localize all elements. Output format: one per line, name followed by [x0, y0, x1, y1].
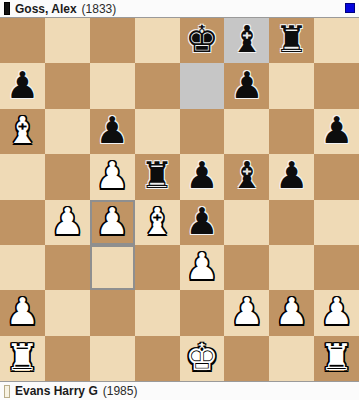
white-pawn[interactable]: ♟ [96, 203, 129, 240]
square-f8[interactable]: ♝ [224, 18, 269, 63]
white-bishop[interactable]: ♝ [140, 203, 173, 240]
square-c1[interactable] [90, 336, 135, 381]
chess-board-window: Goss, Alex (1833) ♚♝♜♟♟♝♟♟♟♜♟♝♟♟♟♝♟♟♟♟♟♟… [0, 0, 359, 400]
top-player-bar: Goss, Alex (1833) [0, 0, 359, 18]
square-h3[interactable] [314, 245, 359, 290]
top-player-name: Goss, Alex [15, 2, 77, 16]
white-king[interactable]: ♚ [185, 339, 218, 376]
square-c2[interactable] [90, 290, 135, 335]
bottom-player-name: Evans Harry G [15, 384, 98, 398]
black-rook[interactable]: ♜ [140, 157, 173, 194]
square-c3[interactable] [90, 245, 135, 290]
square-g2[interactable]: ♟ [269, 290, 314, 335]
black-pawn[interactable]: ♟ [230, 67, 263, 104]
chess-board[interactable]: ♚♝♜♟♟♝♟♟♟♜♟♝♟♟♟♝♟♟♟♟♟♟♜♚♜ [0, 18, 359, 381]
white-pawn[interactable]: ♟ [185, 248, 218, 285]
square-c8[interactable] [90, 18, 135, 63]
square-a8[interactable] [0, 18, 45, 63]
square-d5[interactable]: ♜ [135, 154, 180, 199]
square-h1[interactable]: ♜ [314, 336, 359, 381]
square-c7[interactable] [90, 63, 135, 108]
square-a7[interactable]: ♟ [0, 63, 45, 108]
white-pawn[interactable]: ♟ [230, 293, 263, 330]
square-a2[interactable]: ♟ [0, 290, 45, 335]
white-rook[interactable]: ♜ [6, 339, 39, 376]
black-pawn[interactable]: ♟ [96, 112, 129, 149]
black-bishop[interactable]: ♝ [230, 157, 263, 194]
square-e1[interactable]: ♚ [180, 336, 225, 381]
square-d4[interactable]: ♝ [135, 200, 180, 245]
white-rook[interactable]: ♜ [320, 339, 353, 376]
white-pawn[interactable]: ♟ [96, 157, 129, 194]
bottom-player-bar: Evans Harry G (1985) [0, 381, 359, 400]
square-g8[interactable]: ♜ [269, 18, 314, 63]
white-player-color-icon [4, 385, 10, 398]
square-e2[interactable] [180, 290, 225, 335]
square-b5[interactable] [45, 154, 90, 199]
square-e8[interactable]: ♚ [180, 18, 225, 63]
black-player-color-icon [4, 2, 10, 15]
square-e3[interactable]: ♟ [180, 245, 225, 290]
top-player-rating: (1833) [82, 2, 117, 16]
square-a3[interactable] [0, 245, 45, 290]
square-h6[interactable]: ♟ [314, 109, 359, 154]
square-e6[interactable] [180, 109, 225, 154]
square-b3[interactable] [45, 245, 90, 290]
square-g7[interactable] [269, 63, 314, 108]
square-e7[interactable] [180, 63, 225, 108]
square-c4[interactable]: ♟ [90, 200, 135, 245]
square-f6[interactable] [224, 109, 269, 154]
black-pawn[interactable]: ♟ [185, 157, 218, 194]
square-g4[interactable] [269, 200, 314, 245]
square-b1[interactable] [45, 336, 90, 381]
black-pawn[interactable]: ♟ [275, 157, 308, 194]
white-pawn[interactable]: ♟ [6, 293, 39, 330]
square-g1[interactable] [269, 336, 314, 381]
black-king[interactable]: ♚ [185, 21, 218, 58]
square-h7[interactable] [314, 63, 359, 108]
square-b4[interactable]: ♟ [45, 200, 90, 245]
square-d8[interactable] [135, 18, 180, 63]
black-pawn[interactable]: ♟ [320, 112, 353, 149]
square-f4[interactable] [224, 200, 269, 245]
square-a1[interactable]: ♜ [0, 336, 45, 381]
black-pawn[interactable]: ♟ [185, 203, 218, 240]
square-b6[interactable] [45, 109, 90, 154]
square-d1[interactable] [135, 336, 180, 381]
square-a4[interactable] [0, 200, 45, 245]
square-f3[interactable] [224, 245, 269, 290]
square-g5[interactable]: ♟ [269, 154, 314, 199]
black-pawn[interactable]: ♟ [6, 67, 39, 104]
square-d6[interactable] [135, 109, 180, 154]
white-pawn[interactable]: ♟ [51, 203, 84, 240]
square-g3[interactable] [269, 245, 314, 290]
square-b2[interactable] [45, 290, 90, 335]
white-bishop[interactable]: ♝ [6, 112, 39, 149]
square-a5[interactable] [0, 154, 45, 199]
square-f7[interactable]: ♟ [224, 63, 269, 108]
black-bishop[interactable]: ♝ [230, 21, 263, 58]
square-h5[interactable] [314, 154, 359, 199]
square-b7[interactable] [45, 63, 90, 108]
square-d2[interactable] [135, 290, 180, 335]
square-g6[interactable] [269, 109, 314, 154]
square-e4[interactable]: ♟ [180, 200, 225, 245]
square-c6[interactable]: ♟ [90, 109, 135, 154]
square-a6[interactable]: ♝ [0, 109, 45, 154]
square-f2[interactable]: ♟ [224, 290, 269, 335]
square-h2[interactable]: ♟ [314, 290, 359, 335]
white-pawn[interactable]: ♟ [275, 293, 308, 330]
bottom-player-rating: (1985) [103, 384, 138, 398]
square-f1[interactable] [224, 336, 269, 381]
square-h4[interactable] [314, 200, 359, 245]
square-e5[interactable]: ♟ [180, 154, 225, 199]
black-rook[interactable]: ♜ [275, 21, 308, 58]
square-b8[interactable] [45, 18, 90, 63]
square-d3[interactable] [135, 245, 180, 290]
square-h8[interactable] [314, 18, 359, 63]
square-d7[interactable] [135, 63, 180, 108]
blue-square-icon[interactable] [345, 3, 355, 13]
white-pawn[interactable]: ♟ [320, 293, 353, 330]
square-c5[interactable]: ♟ [90, 154, 135, 199]
square-f5[interactable]: ♝ [224, 154, 269, 199]
